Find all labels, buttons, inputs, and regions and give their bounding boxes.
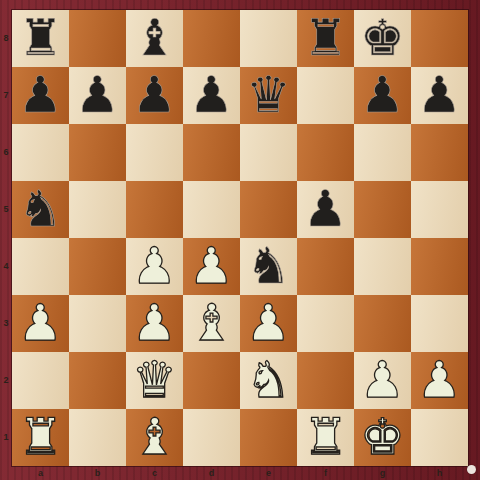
rank-label-5: 5 xyxy=(0,181,12,238)
rank-label-8: 8 xyxy=(0,10,12,67)
square-e1[interactable] xyxy=(240,409,297,466)
white-pawn[interactable]: ♟ xyxy=(18,298,63,348)
black-pawn[interactable]: ♟ xyxy=(417,70,462,120)
square-d5[interactable] xyxy=(183,181,240,238)
black-rook[interactable]: ♜ xyxy=(18,13,63,63)
rank-label-7: 7 xyxy=(0,67,12,124)
black-king[interactable]: ♚ xyxy=(360,13,405,63)
white-rook[interactable]: ♜ xyxy=(303,412,348,462)
black-bishop[interactable]: ♝ xyxy=(132,13,177,63)
square-e6[interactable] xyxy=(240,124,297,181)
square-e8[interactable] xyxy=(240,10,297,67)
square-b4[interactable] xyxy=(69,238,126,295)
side-to-move-indicator xyxy=(467,465,476,474)
chess-board-frame: ♜♝♜♚♟♟♟♟♛♟♟♞♟♟♟♞♟♟♝♟♛♞♟♟♜♝♜♚ 87654321 ab… xyxy=(0,0,480,480)
white-pawn[interactable]: ♟ xyxy=(417,355,462,405)
black-knight[interactable]: ♞ xyxy=(246,241,291,291)
square-h2[interactable]: ♟ xyxy=(411,352,468,409)
white-bishop[interactable]: ♝ xyxy=(189,298,234,348)
black-pawn[interactable]: ♟ xyxy=(132,70,177,120)
square-e3[interactable]: ♟ xyxy=(240,295,297,352)
white-queen[interactable]: ♛ xyxy=(132,355,177,405)
square-h8[interactable] xyxy=(411,10,468,67)
square-e2[interactable]: ♞ xyxy=(240,352,297,409)
square-a4[interactable] xyxy=(12,238,69,295)
square-c8[interactable]: ♝ xyxy=(126,10,183,67)
square-c7[interactable]: ♟ xyxy=(126,67,183,124)
square-g3[interactable] xyxy=(354,295,411,352)
square-c3[interactable]: ♟ xyxy=(126,295,183,352)
rank-label-4: 4 xyxy=(0,238,12,295)
square-f8[interactable]: ♜ xyxy=(297,10,354,67)
white-pawn[interactable]: ♟ xyxy=(132,298,177,348)
white-pawn[interactable]: ♟ xyxy=(360,355,405,405)
square-c4[interactable]: ♟ xyxy=(126,238,183,295)
square-a8[interactable]: ♜ xyxy=(12,10,69,67)
square-h3[interactable] xyxy=(411,295,468,352)
file-label-g: g xyxy=(354,466,411,480)
black-rook[interactable]: ♜ xyxy=(303,13,348,63)
square-a6[interactable] xyxy=(12,124,69,181)
white-rook[interactable]: ♜ xyxy=(18,412,63,462)
file-label-a: a xyxy=(12,466,69,480)
square-f1[interactable]: ♜ xyxy=(297,409,354,466)
square-g2[interactable]: ♟ xyxy=(354,352,411,409)
black-pawn[interactable]: ♟ xyxy=(303,184,348,234)
square-b8[interactable] xyxy=(69,10,126,67)
square-h5[interactable] xyxy=(411,181,468,238)
square-d4[interactable]: ♟ xyxy=(183,238,240,295)
file-label-d: d xyxy=(183,466,240,480)
file-label-b: b xyxy=(69,466,126,480)
square-g6[interactable] xyxy=(354,124,411,181)
white-pawn[interactable]: ♟ xyxy=(132,241,177,291)
square-g8[interactable]: ♚ xyxy=(354,10,411,67)
white-king[interactable]: ♚ xyxy=(360,412,405,462)
square-h1[interactable] xyxy=(411,409,468,466)
black-pawn[interactable]: ♟ xyxy=(360,70,405,120)
square-d6[interactable] xyxy=(183,124,240,181)
square-a5[interactable]: ♞ xyxy=(12,181,69,238)
square-d2[interactable] xyxy=(183,352,240,409)
rank-label-1: 1 xyxy=(0,409,12,466)
square-f3[interactable] xyxy=(297,295,354,352)
square-g7[interactable]: ♟ xyxy=(354,67,411,124)
square-a3[interactable]: ♟ xyxy=(12,295,69,352)
chess-board: ♜♝♜♚♟♟♟♟♛♟♟♞♟♟♟♞♟♟♝♟♛♞♟♟♜♝♜♚ xyxy=(12,10,468,466)
square-f7[interactable] xyxy=(297,67,354,124)
black-knight[interactable]: ♞ xyxy=(18,184,63,234)
black-queen[interactable]: ♛ xyxy=(246,70,291,120)
white-bishop[interactable]: ♝ xyxy=(132,412,177,462)
square-b2[interactable] xyxy=(69,352,126,409)
black-pawn[interactable]: ♟ xyxy=(75,70,120,120)
square-a7[interactable]: ♟ xyxy=(12,67,69,124)
rank-label-2: 2 xyxy=(0,352,12,409)
square-b1[interactable] xyxy=(69,409,126,466)
square-h7[interactable]: ♟ xyxy=(411,67,468,124)
square-h6[interactable] xyxy=(411,124,468,181)
square-d8[interactable] xyxy=(183,10,240,67)
square-b3[interactable] xyxy=(69,295,126,352)
white-knight[interactable]: ♞ xyxy=(246,355,291,405)
square-g1[interactable]: ♚ xyxy=(354,409,411,466)
black-pawn[interactable]: ♟ xyxy=(18,70,63,120)
square-e5[interactable] xyxy=(240,181,297,238)
square-a2[interactable] xyxy=(12,352,69,409)
file-label-c: c xyxy=(126,466,183,480)
square-b6[interactable] xyxy=(69,124,126,181)
square-d3[interactable]: ♝ xyxy=(183,295,240,352)
square-f5[interactable]: ♟ xyxy=(297,181,354,238)
file-label-f: f xyxy=(297,466,354,480)
square-d1[interactable] xyxy=(183,409,240,466)
black-pawn[interactable]: ♟ xyxy=(189,70,234,120)
square-f4[interactable] xyxy=(297,238,354,295)
rank-label-3: 3 xyxy=(0,295,12,352)
rank-label-6: 6 xyxy=(0,124,12,181)
square-a1[interactable]: ♜ xyxy=(12,409,69,466)
square-f2[interactable] xyxy=(297,352,354,409)
white-pawn[interactable]: ♟ xyxy=(246,298,291,348)
square-c2[interactable]: ♛ xyxy=(126,352,183,409)
file-label-e: e xyxy=(240,466,297,480)
square-f6[interactable] xyxy=(297,124,354,181)
square-b7[interactable]: ♟ xyxy=(69,67,126,124)
square-h4[interactable] xyxy=(411,238,468,295)
square-e7[interactable]: ♛ xyxy=(240,67,297,124)
square-g5[interactable] xyxy=(354,181,411,238)
square-e4[interactable]: ♞ xyxy=(240,238,297,295)
square-g4[interactable] xyxy=(354,238,411,295)
square-c6[interactable] xyxy=(126,124,183,181)
square-c1[interactable]: ♝ xyxy=(126,409,183,466)
square-b5[interactable] xyxy=(69,181,126,238)
square-c5[interactable] xyxy=(126,181,183,238)
white-pawn[interactable]: ♟ xyxy=(189,241,234,291)
square-d7[interactable]: ♟ xyxy=(183,67,240,124)
file-label-h: h xyxy=(411,466,468,480)
